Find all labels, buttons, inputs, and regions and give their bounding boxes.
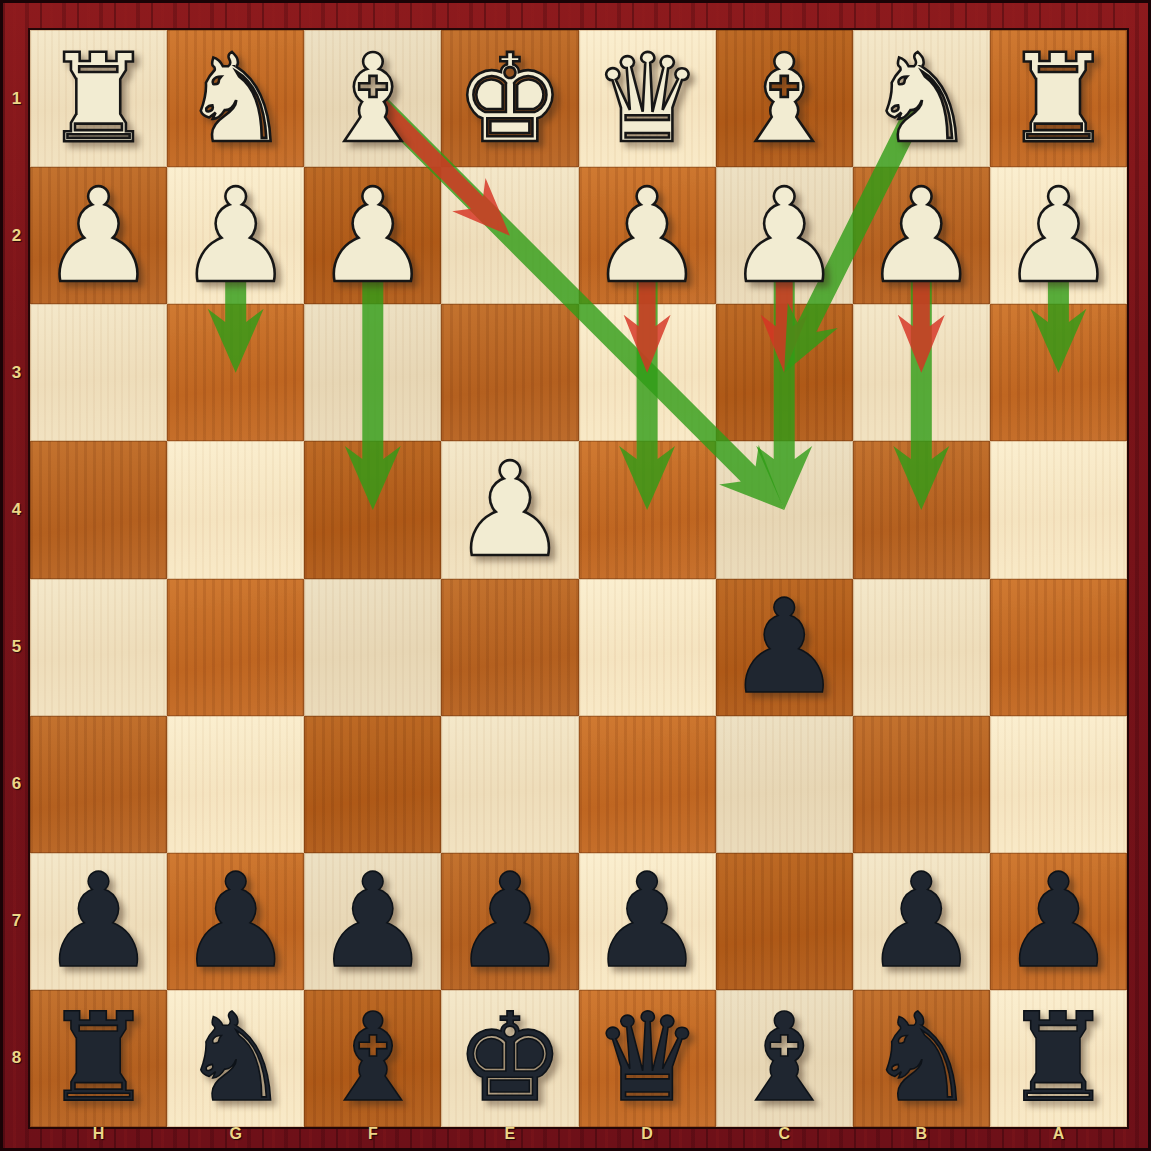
square-d4[interactable] bbox=[579, 441, 716, 578]
square-a6[interactable] bbox=[990, 716, 1127, 853]
square-d2[interactable] bbox=[579, 167, 716, 304]
rank-label-5: 5 bbox=[3, 637, 30, 657]
rank-label-1: 1 bbox=[3, 89, 30, 109]
square-c1[interactable] bbox=[716, 30, 853, 167]
square-c8[interactable] bbox=[716, 990, 853, 1127]
square-h2[interactable] bbox=[30, 167, 167, 304]
square-a4[interactable] bbox=[990, 441, 1127, 578]
square-e2[interactable] bbox=[441, 167, 578, 304]
square-d7[interactable] bbox=[579, 853, 716, 990]
square-f2[interactable] bbox=[304, 167, 441, 304]
rank-label-8: 8 bbox=[3, 1048, 30, 1068]
square-b8[interactable] bbox=[853, 990, 990, 1127]
file-label-H: H bbox=[85, 1121, 113, 1148]
file-label-G: G bbox=[222, 1121, 250, 1148]
square-d5[interactable] bbox=[579, 579, 716, 716]
square-d1[interactable] bbox=[579, 30, 716, 167]
square-e8[interactable] bbox=[441, 990, 578, 1127]
square-a7[interactable] bbox=[990, 853, 1127, 990]
square-c2[interactable] bbox=[716, 167, 853, 304]
square-h8[interactable] bbox=[30, 990, 167, 1127]
file-label-F: F bbox=[359, 1121, 387, 1148]
square-a5[interactable] bbox=[990, 579, 1127, 716]
square-g1[interactable] bbox=[167, 30, 304, 167]
file-label-B: B bbox=[907, 1121, 935, 1148]
square-e6[interactable] bbox=[441, 716, 578, 853]
square-b7[interactable] bbox=[853, 853, 990, 990]
square-g6[interactable] bbox=[167, 716, 304, 853]
square-d6[interactable] bbox=[579, 716, 716, 853]
square-f1[interactable] bbox=[304, 30, 441, 167]
square-e5[interactable] bbox=[441, 579, 578, 716]
square-f7[interactable] bbox=[304, 853, 441, 990]
square-h4[interactable] bbox=[30, 441, 167, 578]
square-g4[interactable] bbox=[167, 441, 304, 578]
file-label-A: A bbox=[1044, 1121, 1072, 1148]
rank-label-4: 4 bbox=[3, 500, 30, 520]
square-g7[interactable] bbox=[167, 853, 304, 990]
square-e3[interactable] bbox=[441, 304, 578, 441]
square-c5[interactable] bbox=[716, 579, 853, 716]
board-squares bbox=[30, 30, 1127, 1127]
file-label-E: E bbox=[496, 1121, 524, 1148]
square-a1[interactable] bbox=[990, 30, 1127, 167]
rank-label-2: 2 bbox=[3, 226, 30, 246]
square-c3[interactable] bbox=[716, 304, 853, 441]
square-a2[interactable] bbox=[990, 167, 1127, 304]
square-e1[interactable] bbox=[441, 30, 578, 167]
square-g5[interactable] bbox=[167, 579, 304, 716]
square-g3[interactable] bbox=[167, 304, 304, 441]
file-label-C: C bbox=[770, 1121, 798, 1148]
square-g8[interactable] bbox=[167, 990, 304, 1127]
rank-label-3: 3 bbox=[3, 363, 30, 383]
square-a8[interactable] bbox=[990, 990, 1127, 1127]
square-f4[interactable] bbox=[304, 441, 441, 578]
square-b2[interactable] bbox=[853, 167, 990, 304]
rank-label-6: 6 bbox=[3, 774, 30, 794]
square-f5[interactable] bbox=[304, 579, 441, 716]
square-e4[interactable] bbox=[441, 441, 578, 578]
square-f3[interactable] bbox=[304, 304, 441, 441]
square-f8[interactable] bbox=[304, 990, 441, 1127]
square-b6[interactable] bbox=[853, 716, 990, 853]
square-h6[interactable] bbox=[30, 716, 167, 853]
square-d3[interactable] bbox=[579, 304, 716, 441]
square-h5[interactable] bbox=[30, 579, 167, 716]
square-e7[interactable] bbox=[441, 853, 578, 990]
square-g2[interactable] bbox=[167, 167, 304, 304]
square-f6[interactable] bbox=[304, 716, 441, 853]
square-h7[interactable] bbox=[30, 853, 167, 990]
square-c7[interactable] bbox=[716, 853, 853, 990]
square-a3[interactable] bbox=[990, 304, 1127, 441]
square-d8[interactable] bbox=[579, 990, 716, 1127]
rank-label-7: 7 bbox=[3, 911, 30, 931]
square-c4[interactable] bbox=[716, 441, 853, 578]
square-c6[interactable] bbox=[716, 716, 853, 853]
square-h1[interactable] bbox=[30, 30, 167, 167]
square-b4[interactable] bbox=[853, 441, 990, 578]
square-b1[interactable] bbox=[853, 30, 990, 167]
square-b5[interactable] bbox=[853, 579, 990, 716]
square-b3[interactable] bbox=[853, 304, 990, 441]
square-h3[interactable] bbox=[30, 304, 167, 441]
board: ♜♞♝♚♛♝♞♜♟♟♟♟♟♟♟♟♟♟♟♟♟♟♟♟♜♞♝♚♛♝♞♜ bbox=[30, 30, 1127, 1127]
chessboard-frame: ♜♞♝♚♛♝♞♜♟♟♟♟♟♟♟♟♟♟♟♟♟♟♟♟♜♞♝♚♛♝♞♜ 1234567… bbox=[0, 0, 1151, 1151]
file-label-D: D bbox=[633, 1121, 661, 1148]
